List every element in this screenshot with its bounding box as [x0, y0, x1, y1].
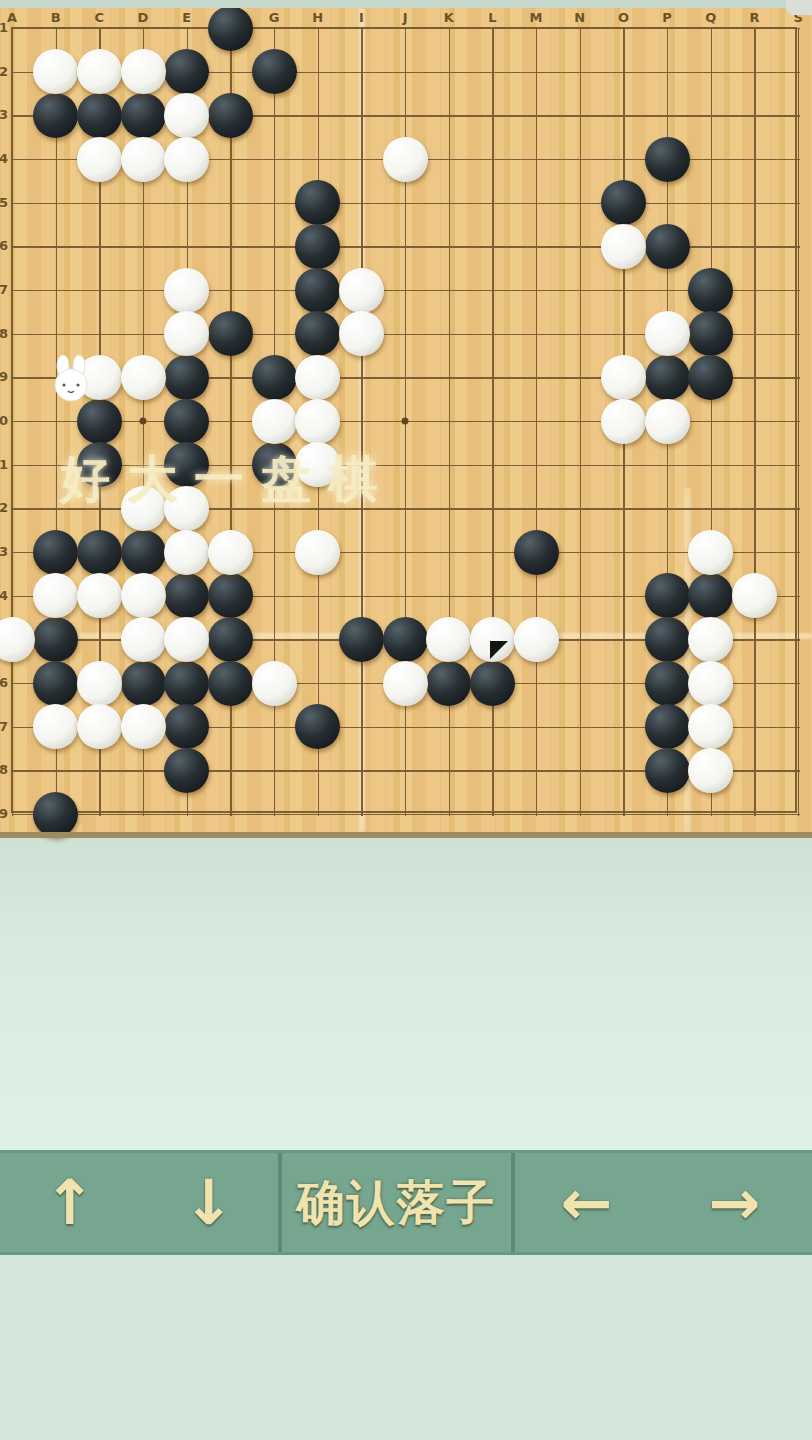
- stone-black-Q8: [688, 311, 733, 356]
- stone-white-P8: [645, 311, 690, 356]
- stone-white-G16: [252, 661, 297, 706]
- stone-white-D14: [121, 573, 166, 618]
- bottom-toolbar: ↑ ↓ 确认落子 ← →: [0, 1150, 812, 1255]
- stone-black-O5: [601, 180, 646, 225]
- stone-black-J15: [383, 617, 428, 662]
- stone-white-K15: [426, 617, 471, 662]
- stones-layer: [0, 6, 812, 836]
- stone-white-A15: [0, 617, 35, 662]
- stone-white-B17: [33, 704, 78, 749]
- stone-black-Q14: [688, 573, 733, 618]
- stone-black-F3: [208, 93, 253, 138]
- down-arrow-button[interactable]: ↓: [139, 1153, 278, 1252]
- stone-black-P17: [645, 704, 690, 749]
- stone-black-H17: [295, 704, 340, 749]
- go-board[interactable]: ABCDEFGHIJKLMNOPQRS 12345678910111213141…: [0, 8, 812, 832]
- stone-black-C10: [77, 399, 122, 444]
- stone-white-B14: [33, 573, 78, 618]
- bottom-background: [0, 1255, 812, 1440]
- stone-black-F16: [208, 661, 253, 706]
- stone-black-P4: [645, 137, 690, 182]
- stone-black-E9: [164, 355, 209, 400]
- right-arrow-icon: →: [709, 1166, 761, 1239]
- stone-black-F15: [208, 617, 253, 662]
- down-arrow-icon: ↓: [183, 1166, 235, 1239]
- stone-black-D3: [121, 93, 166, 138]
- stone-white-D9: [121, 355, 166, 400]
- stone-black-P16: [645, 661, 690, 706]
- stone-white-C17: [77, 704, 122, 749]
- left-arrow-button[interactable]: ←: [515, 1153, 658, 1252]
- stone-white-D2: [121, 49, 166, 94]
- corner-ui-chip: [786, 0, 812, 15]
- stone-black-P18: [645, 748, 690, 793]
- stone-white-E3: [164, 93, 209, 138]
- stone-black-E17: [164, 704, 209, 749]
- stone-white-O10: [601, 399, 646, 444]
- caption-overlay: 好大一盘棋: [60, 446, 395, 513]
- stone-black-P9: [645, 355, 690, 400]
- stone-black-D16: [121, 661, 166, 706]
- stone-black-I15: [339, 617, 384, 662]
- stone-white-E13: [164, 530, 209, 575]
- stone-white-E4: [164, 137, 209, 182]
- stone-white-H13: [295, 530, 340, 575]
- stone-black-P15: [645, 617, 690, 662]
- status-bar-strip: [0, 0, 812, 8]
- stone-white-I7: [339, 268, 384, 313]
- stone-black-M13: [514, 530, 559, 575]
- stone-black-Q7: [688, 268, 733, 313]
- stone-white-H9: [295, 355, 340, 400]
- stone-black-F14: [208, 573, 253, 618]
- lower-backdrop: [0, 838, 812, 1150]
- stone-white-O6: [601, 224, 646, 269]
- stone-black-E18: [164, 748, 209, 793]
- stone-black-D13: [121, 530, 166, 575]
- stone-white-O9: [601, 355, 646, 400]
- stone-black-P6: [645, 224, 690, 269]
- go-app-screen: { "game": "go", "board": { "size": 19, "…: [0, 0, 812, 1440]
- confirm-move-button[interactable]: 确认落子: [282, 1153, 511, 1252]
- stone-white-E15: [164, 617, 209, 662]
- stone-white-Q15: [688, 617, 733, 662]
- stone-black-C3: [77, 93, 122, 138]
- stone-white-D17: [121, 704, 166, 749]
- stone-black-B16: [33, 661, 78, 706]
- stone-white-H10: [295, 399, 340, 444]
- stone-black-G9: [252, 355, 297, 400]
- stone-black-P14: [645, 573, 690, 618]
- stone-white-C16: [77, 661, 122, 706]
- stone-white-Q17: [688, 704, 733, 749]
- stone-black-E16: [164, 661, 209, 706]
- up-arrow-icon: ↑: [44, 1166, 96, 1239]
- stone-black-B15: [33, 617, 78, 662]
- stone-white-M15: [514, 617, 559, 662]
- up-arrow-button[interactable]: ↑: [0, 1153, 139, 1252]
- stone-white-J4: [383, 137, 428, 182]
- stone-black-H7: [295, 268, 340, 313]
- stone-white-I8: [339, 311, 384, 356]
- stone-white-D15: [121, 617, 166, 662]
- stone-black-H5: [295, 180, 340, 225]
- stone-white-E7: [164, 268, 209, 313]
- stone-black-H8: [295, 311, 340, 356]
- board-bottom-edge: [0, 832, 812, 838]
- stone-white-Q13: [688, 530, 733, 575]
- stone-white-P10: [645, 399, 690, 444]
- stone-white-B2: [33, 49, 78, 94]
- stone-white-J16: [383, 661, 428, 706]
- stone-black-F8: [208, 311, 253, 356]
- stone-white-R14: [732, 573, 777, 618]
- stone-white-Q18: [688, 748, 733, 793]
- stone-black-C13: [77, 530, 122, 575]
- stone-black-Q9: [688, 355, 733, 400]
- stone-black-B13: [33, 530, 78, 575]
- stone-black-G2: [252, 49, 297, 94]
- stone-black-E10: [164, 399, 209, 444]
- stone-white-C4: [77, 137, 122, 182]
- stone-black-H6: [295, 224, 340, 269]
- last-move-marker-icon: [490, 641, 508, 659]
- stone-black-B19: [33, 792, 78, 837]
- stone-black-F1: [208, 6, 253, 51]
- stone-white-C14: [77, 573, 122, 618]
- stone-white-E8: [164, 311, 209, 356]
- rabbit-mascot-icon: [49, 355, 93, 403]
- stone-black-B3: [33, 93, 78, 138]
- stone-black-K16: [426, 661, 471, 706]
- stone-black-E2: [164, 49, 209, 94]
- right-arrow-button[interactable]: →: [658, 1153, 811, 1252]
- stone-white-G10: [252, 399, 297, 444]
- stone-white-F13: [208, 530, 253, 575]
- left-arrow-icon: ←: [561, 1166, 613, 1239]
- stone-white-Q16: [688, 661, 733, 706]
- stone-black-L16: [470, 661, 515, 706]
- stone-white-D4: [121, 137, 166, 182]
- stone-white-C2: [77, 49, 122, 94]
- stone-black-E14: [164, 573, 209, 618]
